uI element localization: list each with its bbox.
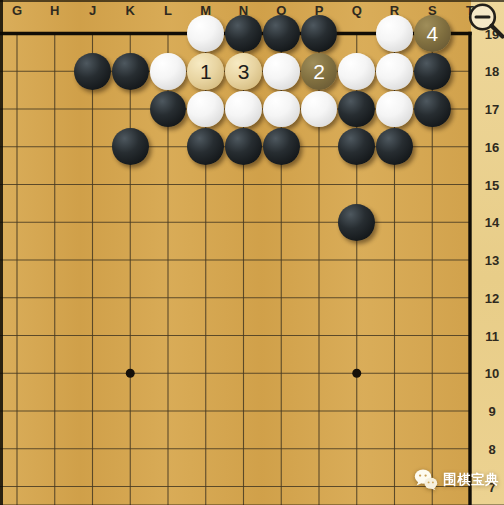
stone-O19[interactable] <box>263 15 300 52</box>
stone-M16[interactable] <box>187 128 224 165</box>
frame-border-top <box>0 0 504 2</box>
stone-Q16[interactable] <box>338 128 375 165</box>
stone-O17[interactable] <box>263 91 300 128</box>
watermark-text: 围棋宝典 <box>443 471 499 489</box>
move-number-3: 3 <box>238 61 250 82</box>
stone-L18[interactable] <box>150 53 187 90</box>
move-number-1: 1 <box>200 61 212 82</box>
stone-N16[interactable] <box>225 128 262 165</box>
move-number-2: 2 <box>313 61 325 82</box>
stone-S19[interactable]: 4 <box>414 15 451 52</box>
move-number-4: 4 <box>426 23 438 44</box>
stone-R16[interactable] <box>376 128 413 165</box>
stone-L17[interactable] <box>150 91 187 128</box>
stone-O16[interactable] <box>263 128 300 165</box>
stone-Q18[interactable] <box>338 53 375 90</box>
stone-N17[interactable] <box>225 91 262 128</box>
stone-P18[interactable]: 2 <box>301 53 338 90</box>
stone-R17[interactable] <box>376 91 413 128</box>
frame-border-left <box>0 0 3 505</box>
stone-S17[interactable] <box>414 91 451 128</box>
go-board[interactable]: 4132 <box>0 15 489 505</box>
stone-R19[interactable] <box>376 15 413 52</box>
go-app-screen: GHJKLMNOPQRST 19181716151413121110987 41… <box>0 0 504 505</box>
wechat-icon <box>414 468 438 491</box>
stone-P19[interactable] <box>301 15 338 52</box>
stone-K16[interactable] <box>112 128 149 165</box>
stone-O18[interactable] <box>263 53 300 90</box>
stone-R18[interactable] <box>376 53 413 90</box>
stone-K18[interactable] <box>112 53 149 90</box>
stone-J18[interactable] <box>74 53 111 90</box>
stone-Q14[interactable] <box>338 204 375 241</box>
stone-N19[interactable] <box>225 15 262 52</box>
stone-N18[interactable]: 3 <box>225 53 262 90</box>
watermark: 围棋宝典 <box>414 468 499 491</box>
row-label-8: 8 <box>488 441 495 456</box>
stone-M18[interactable]: 1 <box>187 53 224 90</box>
row-label-9: 9 <box>488 404 495 419</box>
stone-Q17[interactable] <box>338 91 375 128</box>
stone-M19[interactable] <box>187 15 224 52</box>
stone-S18[interactable] <box>414 53 451 90</box>
stone-M17[interactable] <box>187 91 224 128</box>
stone-P17[interactable] <box>301 91 338 128</box>
zoom-out-icon[interactable] <box>462 0 504 42</box>
